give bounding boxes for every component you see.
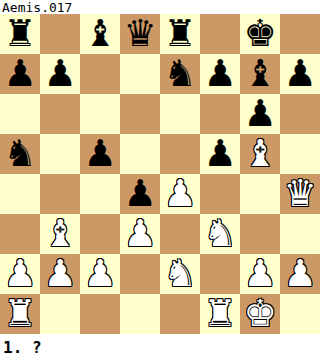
piece-black-bishop[interactable]: ♝ [243,54,276,94]
square-d1[interactable] [120,294,160,334]
piece-white-bishop[interactable]: ♝ [43,214,76,254]
piece-black-queen[interactable]: ♛ [123,14,156,54]
piece-white-bishop[interactable]: ♝ [243,134,276,174]
piece-black-bishop[interactable]: ♝ [83,14,116,54]
piece-black-king[interactable]: ♚ [243,14,276,54]
square-a4[interactable] [0,174,40,214]
puzzle-title: Aemis.017 [0,0,320,14]
square-c6[interactable] [80,94,120,134]
square-c7[interactable] [80,54,120,94]
square-f3[interactable]: ♞ [200,214,240,254]
piece-black-knight[interactable]: ♞ [3,134,36,174]
square-g6[interactable]: ♟ [240,94,280,134]
square-d4[interactable]: ♟ [120,174,160,214]
square-h6[interactable] [280,94,320,134]
square-c5[interactable]: ♟ [80,134,120,174]
square-d8[interactable]: ♛ [120,14,160,54]
piece-white-rook[interactable]: ♜ [203,294,236,334]
square-h1[interactable] [280,294,320,334]
square-d2[interactable] [120,254,160,294]
piece-white-pawn[interactable]: ♟ [243,254,276,294]
square-a8[interactable]: ♜ [0,14,40,54]
square-f6[interactable] [200,94,240,134]
square-h3[interactable] [280,214,320,254]
square-e8[interactable]: ♜ [160,14,200,54]
piece-white-king[interactable]: ♚ [243,294,276,334]
piece-black-pawn[interactable]: ♟ [83,134,116,174]
square-b8[interactable] [40,14,80,54]
square-e6[interactable] [160,94,200,134]
square-f1[interactable]: ♜ [200,294,240,334]
piece-black-pawn[interactable]: ♟ [123,174,156,214]
square-g7[interactable]: ♝ [240,54,280,94]
piece-white-pawn[interactable]: ♟ [283,254,316,294]
square-f8[interactable] [200,14,240,54]
square-h8[interactable] [280,14,320,54]
piece-white-knight[interactable]: ♞ [163,254,196,294]
square-a2[interactable]: ♟ [0,254,40,294]
chess-board: ♜♝♛♜♚♟♟♞♟♝♟♟♞♟♟♝♟♟♛♝♟♞♟♟♟♞♟♟♜♜♚ [0,14,320,334]
piece-white-pawn[interactable]: ♟ [3,254,36,294]
square-g1[interactable]: ♚ [240,294,280,334]
piece-black-rook[interactable]: ♜ [3,14,36,54]
piece-black-pawn[interactable]: ♟ [203,54,236,94]
move-prompt: 1. ? [0,334,320,360]
chess-puzzle-window: Aemis.017 ♜♝♛♜♚♟♟♞♟♝♟♟♞♟♟♝♟♟♛♝♟♞♟♟♟♞♟♟♜♜… [0,0,320,360]
square-h2[interactable]: ♟ [280,254,320,294]
square-b2[interactable]: ♟ [40,254,80,294]
square-a1[interactable]: ♜ [0,294,40,334]
square-e4[interactable]: ♟ [160,174,200,214]
square-h7[interactable]: ♟ [280,54,320,94]
piece-white-knight[interactable]: ♞ [203,214,236,254]
square-b5[interactable] [40,134,80,174]
square-a5[interactable]: ♞ [0,134,40,174]
square-f5[interactable]: ♟ [200,134,240,174]
piece-white-rook[interactable]: ♜ [3,294,36,334]
square-b3[interactable]: ♝ [40,214,80,254]
square-e1[interactable] [160,294,200,334]
piece-white-queen[interactable]: ♛ [283,174,316,214]
square-c2[interactable]: ♟ [80,254,120,294]
square-f4[interactable] [200,174,240,214]
square-c3[interactable] [80,214,120,254]
square-b7[interactable]: ♟ [40,54,80,94]
piece-black-pawn[interactable]: ♟ [3,54,36,94]
square-g5[interactable]: ♝ [240,134,280,174]
square-b4[interactable] [40,174,80,214]
square-h4[interactable]: ♛ [280,174,320,214]
square-e3[interactable] [160,214,200,254]
square-e5[interactable] [160,134,200,174]
square-d7[interactable] [120,54,160,94]
square-e2[interactable]: ♞ [160,254,200,294]
square-g3[interactable] [240,214,280,254]
square-a7[interactable]: ♟ [0,54,40,94]
square-d6[interactable] [120,94,160,134]
piece-black-rook[interactable]: ♜ [163,14,196,54]
square-b1[interactable] [40,294,80,334]
piece-black-pawn[interactable]: ♟ [203,134,236,174]
square-c1[interactable] [80,294,120,334]
piece-white-pawn[interactable]: ♟ [43,254,76,294]
piece-white-pawn[interactable]: ♟ [83,254,116,294]
square-a3[interactable] [0,214,40,254]
square-a6[interactable] [0,94,40,134]
piece-black-pawn[interactable]: ♟ [43,54,76,94]
square-c4[interactable] [80,174,120,214]
square-d3[interactable]: ♟ [120,214,160,254]
square-h5[interactable] [280,134,320,174]
square-g4[interactable] [240,174,280,214]
piece-white-pawn[interactable]: ♟ [123,214,156,254]
square-c8[interactable]: ♝ [80,14,120,54]
piece-black-pawn[interactable]: ♟ [243,94,276,134]
square-f7[interactable]: ♟ [200,54,240,94]
square-f2[interactable] [200,254,240,294]
square-d5[interactable] [120,134,160,174]
square-g8[interactable]: ♚ [240,14,280,54]
piece-black-knight[interactable]: ♞ [163,54,196,94]
piece-black-pawn[interactable]: ♟ [283,54,316,94]
square-e7[interactable]: ♞ [160,54,200,94]
square-g2[interactable]: ♟ [240,254,280,294]
piece-white-pawn[interactable]: ♟ [163,174,196,214]
square-b6[interactable] [40,94,80,134]
